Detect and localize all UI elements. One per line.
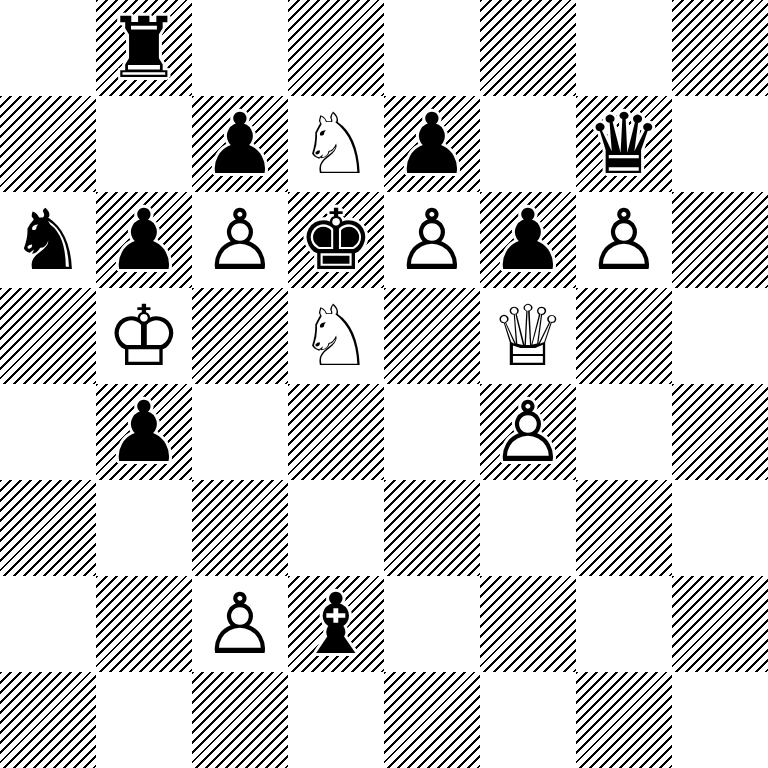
piece-black-pawn[interactable]: ♟♟ <box>192 96 288 192</box>
piece-face-glyph: ♙ <box>394 192 469 288</box>
square-d5[interactable]: ♞♘ <box>288 288 384 384</box>
square-b2[interactable] <box>96 576 192 672</box>
piece-face-glyph: ♘ <box>298 288 373 384</box>
piece-face-glyph: ♟ <box>490 192 565 288</box>
square-c5[interactable] <box>192 288 288 384</box>
square-c6[interactable]: ♟♙ <box>192 192 288 288</box>
square-d8[interactable] <box>288 0 384 96</box>
square-c1[interactable] <box>192 672 288 768</box>
square-h8[interactable] <box>672 0 768 96</box>
square-e4[interactable] <box>384 384 480 480</box>
piece-white-pawn[interactable]: ♟♙ <box>576 192 672 288</box>
square-e6[interactable]: ♟♙ <box>384 192 480 288</box>
square-c2[interactable]: ♟♙ <box>192 576 288 672</box>
piece-white-knight[interactable]: ♞♘ <box>288 96 384 192</box>
piece-face-glyph: ♟ <box>394 96 469 192</box>
square-f5[interactable]: ♛♕ <box>480 288 576 384</box>
square-b4[interactable]: ♟♟ <box>96 384 192 480</box>
square-e2[interactable] <box>384 576 480 672</box>
piece-black-queen[interactable]: ♛♛ <box>576 96 672 192</box>
piece-black-knight[interactable]: ♞♞ <box>0 192 96 288</box>
square-c3[interactable] <box>192 480 288 576</box>
square-d1[interactable] <box>288 672 384 768</box>
square-f8[interactable] <box>480 0 576 96</box>
piece-face-glyph: ♛ <box>586 96 661 192</box>
square-d6[interactable]: ♚♚ <box>288 192 384 288</box>
square-f1[interactable] <box>480 672 576 768</box>
square-d7[interactable]: ♞♘ <box>288 96 384 192</box>
square-e1[interactable] <box>384 672 480 768</box>
square-d4[interactable] <box>288 384 384 480</box>
square-h1[interactable] <box>672 672 768 768</box>
piece-black-pawn[interactable]: ♟♟ <box>96 192 192 288</box>
square-b7[interactable] <box>96 96 192 192</box>
square-h7[interactable] <box>672 96 768 192</box>
square-h5[interactable] <box>672 288 768 384</box>
piece-white-king[interactable]: ♚♔ <box>96 288 192 384</box>
square-h4[interactable] <box>672 384 768 480</box>
piece-black-pawn[interactable]: ♟♟ <box>480 192 576 288</box>
square-d2[interactable]: ♝♝ <box>288 576 384 672</box>
square-g4[interactable] <box>576 384 672 480</box>
square-g6[interactable]: ♟♙ <box>576 192 672 288</box>
chess-board: ♜♜♟♟♞♘♟♟♛♛♞♞♟♟♟♙♚♚♟♙♟♟♟♙♚♔♞♘♛♕♟♟♟♙♟♙♝♝ <box>0 0 768 768</box>
square-a2[interactable] <box>0 576 96 672</box>
piece-face-glyph: ♟ <box>106 384 181 480</box>
piece-white-queen[interactable]: ♛♕ <box>480 288 576 384</box>
square-d3[interactable] <box>288 480 384 576</box>
square-a3[interactable] <box>0 480 96 576</box>
piece-white-pawn[interactable]: ♟♙ <box>192 192 288 288</box>
square-g2[interactable] <box>576 576 672 672</box>
piece-face-glyph: ♝ <box>298 576 373 672</box>
piece-face-glyph: ♟ <box>202 96 277 192</box>
square-a7[interactable] <box>0 96 96 192</box>
piece-black-pawn[interactable]: ♟♟ <box>96 384 192 480</box>
square-e5[interactable] <box>384 288 480 384</box>
square-f3[interactable] <box>480 480 576 576</box>
piece-face-glyph: ♙ <box>490 384 565 480</box>
square-f4[interactable]: ♟♙ <box>480 384 576 480</box>
square-a1[interactable] <box>0 672 96 768</box>
square-g3[interactable] <box>576 480 672 576</box>
square-b5[interactable]: ♚♔ <box>96 288 192 384</box>
piece-white-knight[interactable]: ♞♘ <box>288 288 384 384</box>
square-g7[interactable]: ♛♛ <box>576 96 672 192</box>
square-a4[interactable] <box>0 384 96 480</box>
square-h6[interactable] <box>672 192 768 288</box>
square-a6[interactable]: ♞♞ <box>0 192 96 288</box>
square-h2[interactable] <box>672 576 768 672</box>
square-c8[interactable] <box>192 0 288 96</box>
square-c4[interactable] <box>192 384 288 480</box>
piece-black-rook[interactable]: ♜♜ <box>96 0 192 96</box>
square-g1[interactable] <box>576 672 672 768</box>
piece-white-pawn[interactable]: ♟♙ <box>192 576 288 672</box>
square-e3[interactable] <box>384 480 480 576</box>
piece-face-glyph: ♕ <box>490 288 565 384</box>
square-b6[interactable]: ♟♟ <box>96 192 192 288</box>
square-b1[interactable] <box>96 672 192 768</box>
square-e7[interactable]: ♟♟ <box>384 96 480 192</box>
square-c7[interactable]: ♟♟ <box>192 96 288 192</box>
piece-white-pawn[interactable]: ♟♙ <box>384 192 480 288</box>
square-a8[interactable] <box>0 0 96 96</box>
piece-face-glyph: ♙ <box>202 192 277 288</box>
piece-black-bishop[interactable]: ♝♝ <box>288 576 384 672</box>
piece-face-glyph: ♟ <box>106 192 181 288</box>
piece-face-glyph: ♙ <box>202 576 277 672</box>
piece-face-glyph: ♙ <box>586 192 661 288</box>
square-h3[interactable] <box>672 480 768 576</box>
square-g5[interactable] <box>576 288 672 384</box>
square-f7[interactable] <box>480 96 576 192</box>
square-f6[interactable]: ♟♟ <box>480 192 576 288</box>
piece-face-glyph: ♜ <box>106 0 181 96</box>
square-b3[interactable] <box>96 480 192 576</box>
piece-black-king[interactable]: ♚♚ <box>288 192 384 288</box>
square-e8[interactable] <box>384 0 480 96</box>
piece-white-pawn[interactable]: ♟♙ <box>480 384 576 480</box>
piece-face-glyph: ♔ <box>106 288 181 384</box>
piece-black-pawn[interactable]: ♟♟ <box>384 96 480 192</box>
piece-face-glyph: ♘ <box>298 96 373 192</box>
square-f2[interactable] <box>480 576 576 672</box>
piece-face-glyph: ♚ <box>298 192 373 288</box>
square-g8[interactable] <box>576 0 672 96</box>
piece-face-glyph: ♞ <box>10 192 85 288</box>
square-a5[interactable] <box>0 288 96 384</box>
square-b8[interactable]: ♜♜ <box>96 0 192 96</box>
